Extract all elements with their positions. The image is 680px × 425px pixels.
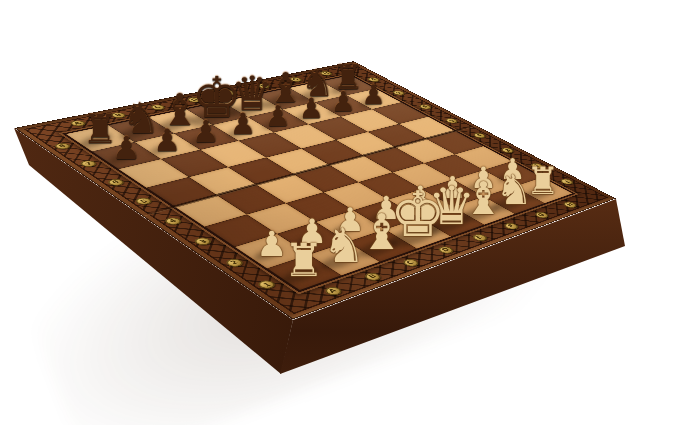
piece-black-pawn-e7[interactable]: ♟: [265, 102, 291, 131]
piece-white-bishop-c1[interactable]: ♝: [360, 208, 404, 257]
piece-white-knight-b1[interactable]: ♞: [323, 222, 366, 269]
piece-white-rook-a1[interactable]: ♜: [284, 238, 325, 283]
piece-black-pawn-d7[interactable]: ♟: [230, 109, 256, 138]
piece-white-pawn-a2[interactable]: ♟: [256, 227, 287, 262]
piece-black-pawn-a7[interactable]: ♟: [112, 134, 140, 166]
photo-stage: AABBCCDDEEFFGGHH1122334455667788 ♜♞♝♚♛♝♞…: [0, 0, 680, 425]
pieces-layer: ♜♞♝♚♛♝♞♜♟♟♟♟♟♟♟♟♟♟♟♟♟♟♟♟♜♞♝♚♛♝♞♜: [0, 0, 680, 425]
piece-black-pawn-c7[interactable]: ♟: [192, 117, 219, 147]
piece-black-pawn-f7[interactable]: ♟: [299, 95, 324, 123]
piece-black-pawn-b7[interactable]: ♟: [153, 125, 181, 156]
piece-black-pawn-g7[interactable]: ♟: [331, 88, 355, 115]
piece-black-pawn-h7[interactable]: ♟: [362, 82, 386, 109]
